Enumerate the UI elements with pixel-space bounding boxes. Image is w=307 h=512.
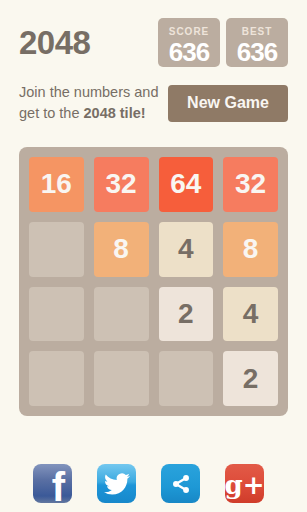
empty-cell [29,222,84,277]
share-button[interactable] [161,464,200,503]
intro-text: Join the numbers andget to the 2048 tile… [19,82,158,124]
tile-2: 2 [159,287,214,342]
facebook-share-button[interactable]: f [33,464,72,503]
tile-4: 4 [159,222,214,277]
tile-16: 16 [29,157,84,212]
best-value: 636 [226,38,288,66]
page-title: 2048 [19,18,90,67]
google-plus-icon: g+ [225,472,264,498]
tile-8: 8 [94,222,149,277]
social-bar: f g+ [19,464,288,503]
empty-cell [94,287,149,342]
empty-cell [94,351,149,406]
share-icon [170,473,192,495]
tile-32: 32 [94,157,149,212]
score-badge: SCORE 636 [158,18,220,67]
empty-cell [29,351,84,406]
empty-cell [159,351,214,406]
twitter-icon [104,471,130,497]
tile-32: 32 [223,157,278,212]
empty-cell [29,287,84,342]
best-badge: BEST 636 [226,18,288,67]
header: 2048 SCORE 636 BEST 636 [19,18,288,67]
tile-64: 64 [159,157,214,212]
intro-line-2: get to the [19,105,84,121]
google-plus-share-button[interactable]: g+ [225,464,264,503]
tile-8: 8 [223,222,278,277]
board[interactable]: 16326432848242 [19,147,288,416]
tile-4: 4 [223,287,278,342]
intro-row: Join the numbers andget to the 2048 tile… [19,82,288,124]
score-badges: SCORE 636 BEST 636 [158,18,288,67]
facebook-icon: f [52,473,65,502]
app-2048: 2048 SCORE 636 BEST 636 Join the numbers… [0,0,307,512]
new-game-button[interactable]: New Game [168,85,288,122]
tile-2: 2 [223,351,278,406]
score-value: 636 [158,38,220,66]
twitter-share-button[interactable] [97,464,136,503]
intro-goal: 2048 tile! [84,105,146,121]
intro-line-1: Join the numbers and [19,84,158,100]
